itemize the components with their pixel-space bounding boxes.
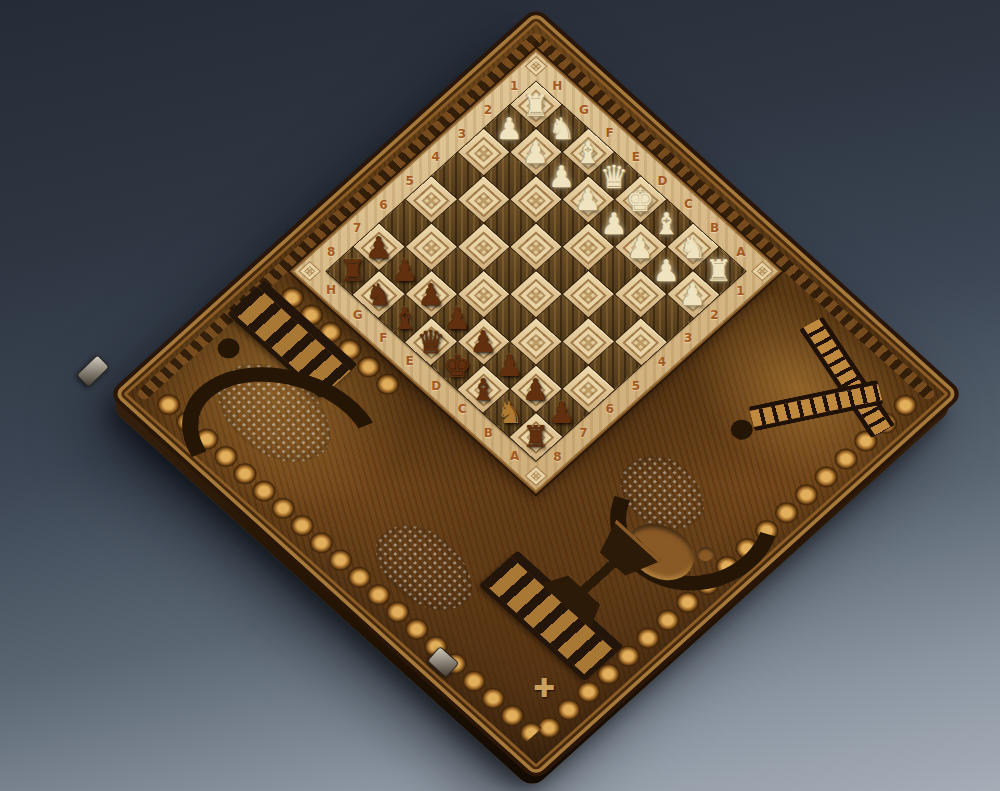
piece-white-knight-g1: ♞ (549, 114, 576, 144)
piece-white-queen-e1: ♛ (600, 160, 629, 192)
carved-chess-box: ✚ HGFEDCBA1♜♞♝♛♚♝♞♜12♟♟♟♟♟♟♟♟2334455667♟… (107, 6, 964, 782)
piece-black-pawn-f7: ♟ (418, 280, 445, 310)
piece-black-pawn-g7: ♟ (392, 256, 419, 286)
file-label: F (380, 331, 388, 345)
rank-label: 3 (458, 126, 466, 140)
piece-white-bishop-f1: ♝ (575, 138, 602, 168)
rank-label: 8 (327, 245, 335, 259)
file-label: C (458, 402, 467, 416)
piece-black-bishop-f8: ♝ (392, 303, 419, 333)
piece-black-knight-g8: ♞ (366, 280, 393, 310)
rank-label: 1 (510, 79, 518, 93)
carving-horseman (615, 510, 706, 592)
file-label: A (510, 449, 519, 463)
piece-white-pawn-a2: ♟ (680, 280, 707, 310)
piece-white-king-d1: ♚ (626, 184, 655, 216)
piece-black-rook-h8: ♜ (339, 256, 366, 286)
piece-white-pawn-g2: ♟ (523, 138, 550, 168)
carving-chalice-tower (537, 514, 667, 632)
piece-black-pawn-d7: ♟ (470, 327, 497, 357)
piece-black-knight-b8: ♞ (496, 398, 523, 428)
piece-black-rook-a8: ♜ (523, 422, 550, 452)
file-label: H (326, 284, 336, 298)
piece-white-rook-a1: ♜ (706, 256, 733, 286)
rank-label: 5 (632, 378, 640, 392)
piece-black-pawn-a7: ♟ (549, 398, 576, 428)
file-label: C (684, 197, 693, 211)
file-label: E (406, 355, 414, 369)
file-label: G (353, 307, 363, 321)
piece-white-knight-b1: ♞ (680, 232, 707, 262)
file-label: D (431, 378, 441, 392)
piece-black-pawn-h7: ♟ (366, 232, 393, 262)
rank-label: 5 (406, 174, 414, 188)
piece-white-pawn-f2: ♟ (549, 161, 576, 191)
file-label: D (657, 174, 667, 188)
rank-label: 2 (484, 103, 492, 117)
piece-white-pawn-h2: ♟ (496, 114, 523, 144)
rank-label: 4 (432, 150, 440, 164)
piece-white-pawn-b2: ♟ (653, 256, 680, 286)
rank-label: 7 (353, 221, 361, 235)
piece-black-king-d8: ♚ (443, 350, 472, 382)
rank-label: 2 (710, 307, 718, 321)
carving-cross-icon: ✚ (534, 673, 556, 703)
piece-white-bishop-c1: ♝ (653, 209, 680, 239)
piece-black-bishop-c8: ♝ (470, 375, 497, 405)
carving-ladder-motif (799, 317, 895, 439)
piece-white-rook-h1: ♜ (523, 90, 550, 120)
carving-ladder-motif (749, 380, 884, 432)
file-label: G (579, 103, 589, 117)
rank-label: 8 (553, 449, 561, 463)
meander-ornament-icon (751, 261, 774, 281)
rank-label: 4 (658, 355, 666, 369)
carving-arcade-columns (482, 550, 623, 678)
carving-stippled-patch (605, 441, 720, 545)
hinge-icon (76, 354, 110, 388)
rank-label: 6 (606, 402, 614, 416)
photo-scene: ✚ HGFEDCBA1♜♞♝♛♚♝♞♜12♟♟♟♟♟♟♟♟2334455667♟… (0, 0, 1000, 791)
file-label: A (736, 245, 745, 259)
piece-black-pawn-c7: ♟ (496, 351, 523, 381)
piece-black-pawn-b7: ♟ (523, 375, 550, 405)
piece-white-pawn-c2: ♟ (627, 232, 654, 262)
carving-dragon (159, 342, 407, 538)
file-label: B (484, 426, 493, 440)
meander-ornament-icon (525, 466, 548, 486)
carving-dragon (582, 416, 809, 617)
file-label: F (606, 126, 614, 140)
file-label: E (632, 150, 640, 164)
file-label: H (553, 79, 563, 93)
carving-stippled-patch (198, 344, 351, 482)
rank-label: 1 (737, 284, 745, 298)
piece-white-pawn-d2: ♟ (601, 209, 628, 239)
chess-board: HGFEDCBA1♜♞♝♛♚♝♞♜12♟♟♟♟♟♟♟♟2334455667♟♟♟… (293, 51, 779, 491)
piece-black-queen-e8: ♛ (417, 326, 446, 358)
file-label: B (710, 221, 719, 235)
rank-label: 7 (580, 426, 588, 440)
piece-black-pawn-e7: ♟ (444, 303, 471, 333)
piece-white-pawn-e2: ♟ (575, 185, 602, 215)
carving-stippled-patch (359, 509, 489, 627)
rank-label: 6 (379, 197, 387, 211)
rank-label: 3 (684, 331, 692, 345)
